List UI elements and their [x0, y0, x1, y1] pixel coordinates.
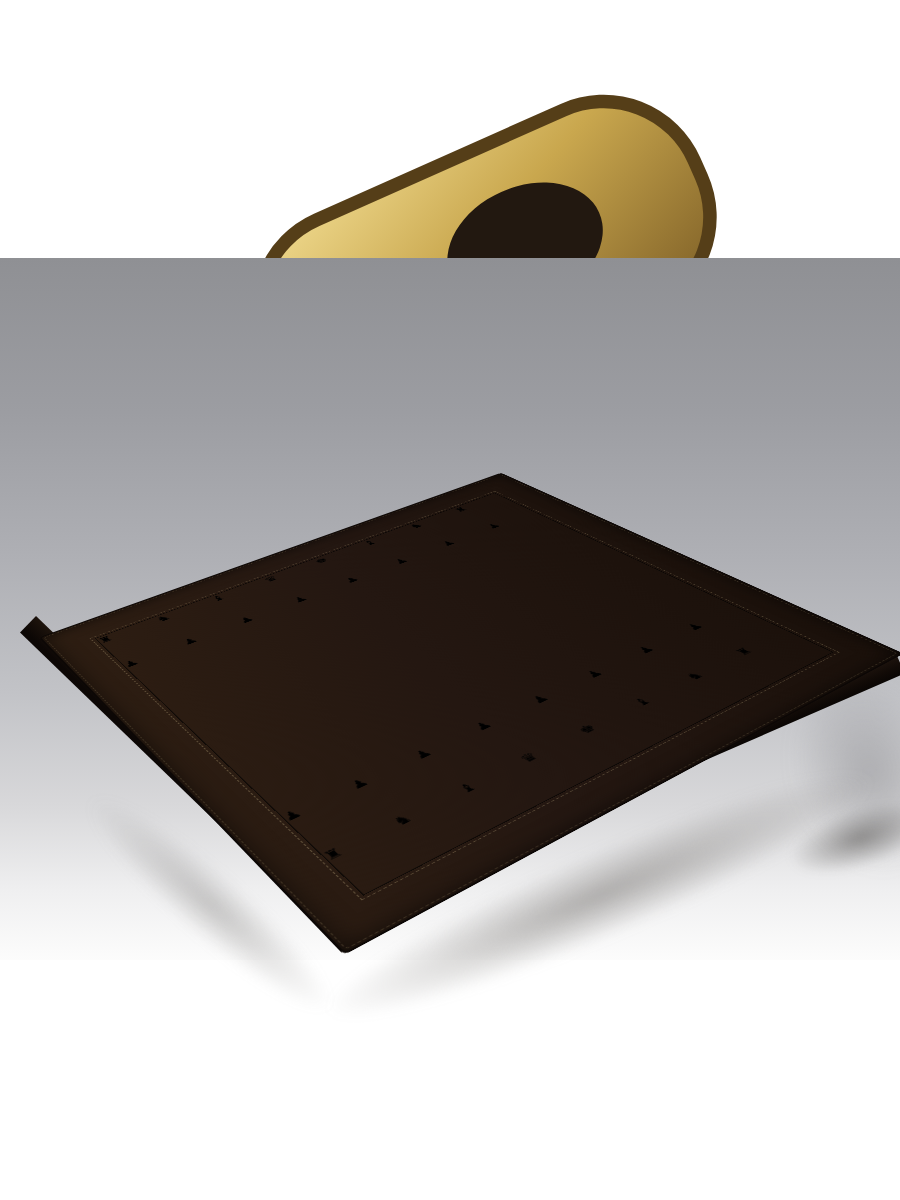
product-photo: 87654321 ABCDEFGH ♜♞♝♛♚♝♞♜♟♟♟♟♟♟♟♟♟♟♟♟♟♟…	[0, 0, 900, 1200]
